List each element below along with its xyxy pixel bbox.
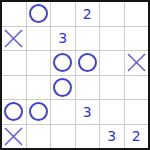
cell-r3c5[interactable] bbox=[100, 51, 124, 75]
cell-r1c6[interactable] bbox=[125, 2, 149, 26]
cell-r2c2[interactable] bbox=[27, 27, 51, 51]
x-mark-icon bbox=[4, 29, 23, 48]
cell-r3c6[interactable] bbox=[125, 51, 149, 75]
cell-r6c2[interactable] bbox=[27, 125, 51, 149]
clue-number: 3 bbox=[58, 31, 67, 45]
cell-r5c2[interactable] bbox=[27, 100, 51, 124]
clue-number: 3 bbox=[83, 105, 92, 119]
cell-r4c3[interactable] bbox=[51, 76, 75, 100]
circle-mark bbox=[53, 53, 72, 72]
circle-mark bbox=[29, 4, 48, 23]
cell-r2c6[interactable] bbox=[125, 27, 149, 51]
cell-r6c6[interactable]: 2 bbox=[125, 125, 149, 149]
puzzle-board: 23332 bbox=[0, 0, 150, 150]
clue-number: 3 bbox=[107, 129, 116, 143]
x-mark-icon bbox=[127, 53, 146, 72]
clue-number: 2 bbox=[132, 129, 141, 143]
cell-r3c2[interactable] bbox=[27, 51, 51, 75]
cell-r4c4[interactable] bbox=[76, 76, 100, 100]
circle-mark bbox=[4, 102, 23, 121]
circle-mark bbox=[29, 102, 48, 121]
cell-r1c3[interactable] bbox=[51, 2, 75, 26]
cell-r3c3[interactable] bbox=[51, 51, 75, 75]
cell-r5c5[interactable] bbox=[100, 100, 124, 124]
cell-r4c1[interactable] bbox=[2, 76, 26, 100]
cell-r3c4[interactable] bbox=[76, 51, 100, 75]
cell-r2c4[interactable] bbox=[76, 27, 100, 51]
cell-r1c2[interactable] bbox=[27, 2, 51, 26]
cell-r3c1[interactable] bbox=[2, 51, 26, 75]
cell-r6c4[interactable] bbox=[76, 125, 100, 149]
cell-r2c1[interactable] bbox=[2, 27, 26, 51]
cell-r4c2[interactable] bbox=[27, 76, 51, 100]
clue-number: 2 bbox=[83, 7, 92, 21]
cell-r5c6[interactable] bbox=[125, 100, 149, 124]
cell-r5c1[interactable] bbox=[2, 100, 26, 124]
cell-r6c1[interactable] bbox=[2, 125, 26, 149]
circle-mark bbox=[78, 53, 97, 72]
circle-mark bbox=[53, 78, 72, 97]
cell-r2c5[interactable] bbox=[100, 27, 124, 51]
cell-r1c5[interactable] bbox=[100, 2, 124, 26]
cell-r6c3[interactable] bbox=[51, 125, 75, 149]
cell-r1c4[interactable]: 2 bbox=[76, 2, 100, 26]
cell-r4c5[interactable] bbox=[100, 76, 124, 100]
cell-r5c3[interactable] bbox=[51, 100, 75, 124]
x-mark-icon bbox=[4, 127, 23, 146]
cell-r2c3[interactable]: 3 bbox=[51, 27, 75, 51]
cell-r5c4[interactable]: 3 bbox=[76, 100, 100, 124]
cell-r6c5[interactable]: 3 bbox=[100, 125, 124, 149]
cell-r1c1[interactable] bbox=[2, 2, 26, 26]
cell-r4c6[interactable] bbox=[125, 76, 149, 100]
